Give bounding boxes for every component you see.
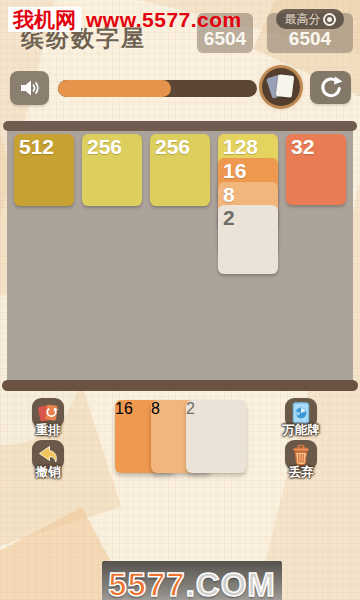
board-card-2[interactable]: 2 <box>218 205 278 274</box>
card-value: 256 <box>150 134 210 160</box>
restart-button[interactable] <box>310 71 351 104</box>
board-card-256[interactable]: 256 <box>150 134 210 206</box>
progress-bar <box>58 80 257 97</box>
watermark-bottom-number: 5577 <box>108 568 185 600</box>
board-card-512[interactable]: 512 <box>14 134 74 206</box>
speaker-icon <box>17 76 43 100</box>
game-screen: 我机网 www.5577.com 缤纷数字屋 分数 6504 最高分 6504 <box>0 0 360 600</box>
watermark-top: 我机网 www.5577.com <box>8 7 242 32</box>
best-score-pill: 最高分 <box>276 9 344 29</box>
card-value: 512 <box>14 134 74 160</box>
watermark-bottom-domain: .COM <box>186 568 276 600</box>
reshuffle-label[interactable]: 重排 <box>36 422 61 439</box>
refresh-icon <box>319 76 343 100</box>
board-card-32[interactable]: 32 <box>286 134 346 205</box>
board-top-edge <box>3 121 357 131</box>
card-value: 8 <box>151 400 160 417</box>
card-value: 256 <box>82 134 142 160</box>
card-value: 32 <box>286 134 346 160</box>
card-value: 16 <box>218 158 278 184</box>
deck-button[interactable] <box>262 68 300 106</box>
sound-button[interactable] <box>10 71 49 105</box>
best-score-value: 6504 <box>267 28 353 50</box>
best-score-label: 最高分 <box>285 9 321 29</box>
card-value: 2 <box>186 400 195 417</box>
undo-arrow-icon <box>36 444 60 466</box>
card-value: 16 <box>115 400 133 417</box>
board-card-256[interactable]: 256 <box>82 134 142 206</box>
discard-label[interactable]: 丢弃 <box>289 464 314 481</box>
target-icon[interactable] <box>323 13 336 26</box>
board-bottom-edge <box>2 380 358 391</box>
watermark-url: www.5577.com <box>86 9 242 30</box>
wildcard-label[interactable]: 万能牌 <box>282 422 320 439</box>
card-value: 128 <box>218 134 278 160</box>
undo-label[interactable]: 撤销 <box>36 464 61 481</box>
hand-card-2[interactable]: 2 <box>186 400 246 473</box>
progress-fill <box>58 80 171 97</box>
board: 512 256 256 128 16 8 2 32 <box>7 128 353 384</box>
card-front-icon <box>276 74 295 98</box>
best-score-box: 最高分 6504 <box>267 13 353 53</box>
watermark-bottom: 5577 .COM <box>102 561 282 600</box>
watermark-site-name: 我机网 <box>8 7 81 32</box>
card-value: 2 <box>218 205 278 231</box>
